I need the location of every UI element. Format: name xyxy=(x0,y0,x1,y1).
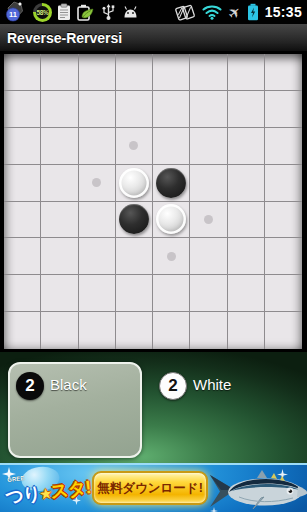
cell-e7[interactable] xyxy=(153,275,190,312)
app-screen: 11 58% xyxy=(0,0,307,512)
white-disc xyxy=(119,168,149,198)
cell-h5[interactable] xyxy=(265,202,302,239)
cell-d3[interactable] xyxy=(116,128,153,165)
status-bar: 11 58% xyxy=(0,0,307,24)
cell-g3[interactable] xyxy=(228,128,265,165)
cell-c2[interactable] xyxy=(79,91,116,128)
cell-d1[interactable] xyxy=(116,54,153,91)
cell-c7[interactable] xyxy=(79,275,116,312)
battery-percent-label: 58% xyxy=(33,3,52,22)
cell-b5[interactable] xyxy=(41,202,78,239)
score-panel: 2 Black 2 White xyxy=(0,352,307,463)
cell-e1[interactable] xyxy=(153,54,190,91)
cell-a4[interactable] xyxy=(4,165,41,202)
cell-b4[interactable] xyxy=(41,165,78,202)
black-score-disc: 2 xyxy=(16,372,44,400)
cell-c3[interactable] xyxy=(79,128,116,165)
cell-e2[interactable] xyxy=(153,91,190,128)
cell-h2[interactable] xyxy=(265,91,302,128)
cell-f7[interactable] xyxy=(190,275,227,312)
cell-g2[interactable] xyxy=(228,91,265,128)
cell-b1[interactable] xyxy=(41,54,78,91)
cell-e5[interactable] xyxy=(153,202,190,239)
board xyxy=(4,54,302,349)
android-icon xyxy=(121,5,140,19)
cell-c8[interactable] xyxy=(79,312,116,349)
legal-move-hint[interactable] xyxy=(92,178,101,187)
cell-d8[interactable] xyxy=(116,312,153,349)
wifi-icon xyxy=(202,5,222,20)
cell-d6[interactable] xyxy=(116,238,153,275)
cell-f2[interactable] xyxy=(190,91,227,128)
cell-c4[interactable] xyxy=(79,165,116,202)
notification-badge-icon: 11 xyxy=(4,1,28,23)
legal-move-hint[interactable] xyxy=(204,215,213,224)
cell-c6[interactable] xyxy=(79,238,116,275)
black-player-label: Black xyxy=(50,376,87,393)
white-player-label: White xyxy=(193,376,231,393)
cell-h1[interactable] xyxy=(265,54,302,91)
cell-g5[interactable] xyxy=(228,202,265,239)
cell-f6[interactable] xyxy=(190,238,227,275)
cell-g6[interactable] xyxy=(228,238,265,275)
cell-a5[interactable] xyxy=(4,202,41,239)
white-disc xyxy=(156,204,186,234)
cell-f5[interactable] xyxy=(190,202,227,239)
cell-c1[interactable] xyxy=(79,54,116,91)
cell-f8[interactable] xyxy=(190,312,227,349)
cell-b7[interactable] xyxy=(41,275,78,312)
cell-e8[interactable] xyxy=(153,312,190,349)
cell-h6[interactable] xyxy=(265,238,302,275)
ad-download-button[interactable]: 無料ダウンロード! xyxy=(92,471,208,505)
cell-a3[interactable] xyxy=(4,128,41,165)
black-disc xyxy=(156,168,186,198)
cell-a8[interactable] xyxy=(4,312,41,349)
cell-a7[interactable] xyxy=(4,275,41,312)
battery-charging-icon xyxy=(247,3,259,21)
cell-a1[interactable] xyxy=(4,54,41,91)
cell-g8[interactable] xyxy=(228,312,265,349)
cell-d2[interactable] xyxy=(116,91,153,128)
cell-d5[interactable] xyxy=(116,202,153,239)
legal-move-hint[interactable] xyxy=(167,252,176,261)
black-disc xyxy=(119,204,149,234)
battery-percent-widget[interactable]: 58% xyxy=(33,3,52,22)
cell-e3[interactable] xyxy=(153,128,190,165)
white-score-disc: 2 xyxy=(159,372,187,400)
tuna-fish-image xyxy=(209,467,307,512)
airplane-mode-icon: ✈ xyxy=(225,2,244,22)
cell-h4[interactable] xyxy=(265,165,302,202)
ad-banner[interactable]: GREE つり★スタ! 無料ダウンロード! xyxy=(0,463,307,512)
legal-move-hint[interactable] xyxy=(129,141,138,150)
cell-e6[interactable] xyxy=(153,238,190,275)
cell-f4[interactable] xyxy=(190,165,227,202)
cell-e4[interactable] xyxy=(153,165,190,202)
status-right-group: ✈ 15:35 xyxy=(174,3,303,21)
cell-h8[interactable] xyxy=(265,312,302,349)
cell-b6[interactable] xyxy=(41,238,78,275)
cell-h7[interactable] xyxy=(265,275,302,312)
eco-battery-leaf-icon xyxy=(76,4,96,21)
cell-g1[interactable] xyxy=(228,54,265,91)
cell-a2[interactable] xyxy=(4,91,41,128)
cell-g7[interactable] xyxy=(228,275,265,312)
clipboard-icon xyxy=(57,3,71,21)
cell-g4[interactable] xyxy=(228,165,265,202)
sim-card-icon xyxy=(174,4,196,21)
cell-b3[interactable] xyxy=(41,128,78,165)
cell-f1[interactable] xyxy=(190,54,227,91)
cell-d7[interactable] xyxy=(116,275,153,312)
app-title: Reverse-Rerversi xyxy=(0,30,122,46)
cell-f3[interactable] xyxy=(190,128,227,165)
cell-a6[interactable] xyxy=(4,238,41,275)
usb-icon xyxy=(101,3,116,21)
cell-b8[interactable] xyxy=(41,312,78,349)
cell-b2[interactable] xyxy=(41,91,78,128)
svg-text:11: 11 xyxy=(9,10,17,19)
cell-d4[interactable] xyxy=(116,165,153,202)
title-bar: Reverse-Rerversi xyxy=(0,24,307,52)
status-clock: 15:35 xyxy=(265,4,303,20)
cell-h3[interactable] xyxy=(265,128,302,165)
cell-c5[interactable] xyxy=(79,202,116,239)
